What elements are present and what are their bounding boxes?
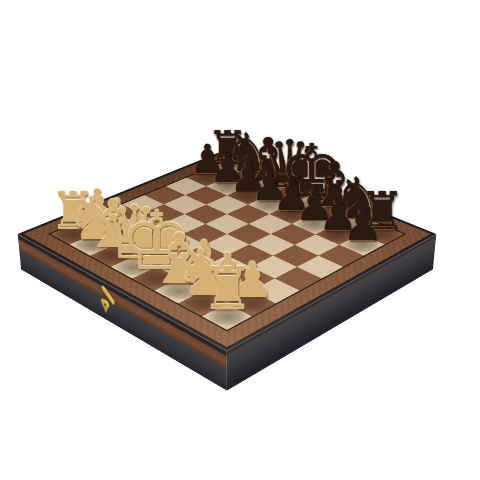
chess-box <box>18 149 437 351</box>
brass-latch <box>98 282 118 323</box>
photo-stage: ♜♞♝♛♚♝♞♜♟♟♟♟♟♟♟♟♟♟♟♟♟♟♟♟♜♞♝♛♚♝♞♜ <box>0 0 480 480</box>
